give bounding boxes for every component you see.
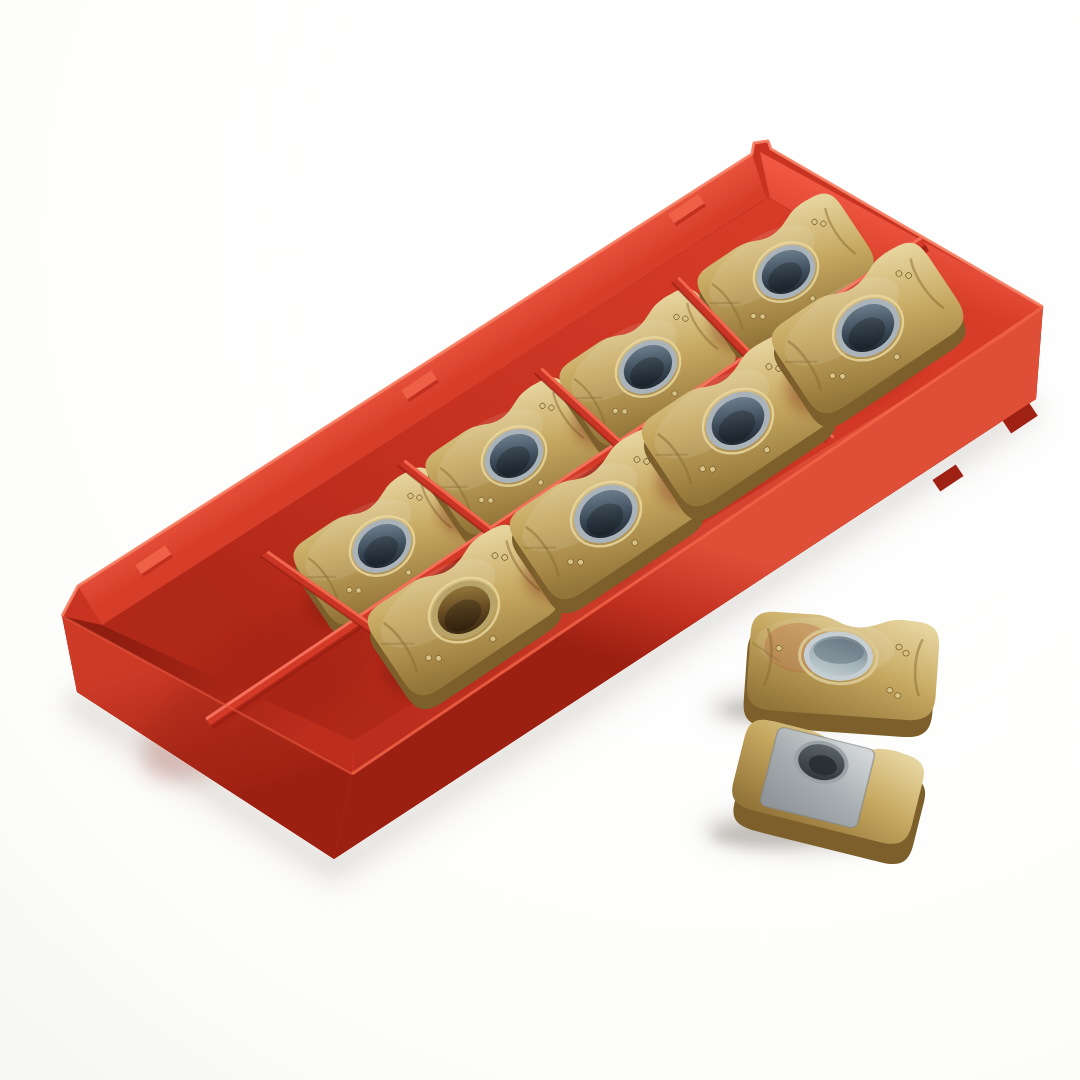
photo-canvas [0, 0, 1080, 1080]
carbide-insert [742, 609, 941, 739]
product-photo [0, 0, 1080, 1080]
